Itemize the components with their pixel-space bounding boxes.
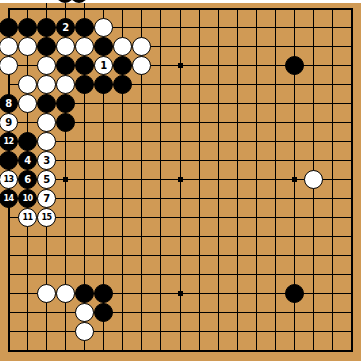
grid-line-vertical	[332, 8, 333, 352]
stone-white	[56, 284, 75, 303]
stone-black	[94, 284, 113, 303]
stone-white	[18, 75, 37, 94]
stone-white	[56, 75, 75, 94]
grid-line-vertical	[256, 8, 257, 352]
grid-line-horizontal	[8, 198, 353, 199]
stone-white	[75, 322, 94, 341]
grid-line-horizontal	[8, 217, 353, 218]
move-number: 14	[3, 195, 13, 203]
stone-black: 10	[18, 189, 37, 208]
move-number: 9	[5, 118, 11, 128]
star-point	[178, 291, 183, 296]
move-number: 12	[3, 138, 13, 146]
stone-black	[18, 18, 37, 37]
go-board-diagram: 218912431365141071115	[0, 0, 361, 361]
stone-white	[18, 94, 37, 113]
stone-black	[94, 75, 113, 94]
move-number: 3	[43, 156, 49, 166]
stone-black: 2	[56, 18, 75, 37]
stone-white	[37, 284, 56, 303]
stone-black	[37, 94, 56, 113]
stone-white: 15	[37, 208, 56, 227]
stone-white: 7	[37, 189, 56, 208]
grid-line-stub	[84, 3, 85, 8]
stone-white	[37, 75, 56, 94]
star-point	[63, 177, 68, 182]
move-number: 11	[22, 214, 32, 222]
grid-line-vertical	[160, 8, 161, 352]
move-number: 5	[43, 175, 49, 185]
grid-line-vertical	[275, 8, 276, 352]
stone-black: 4	[18, 151, 37, 170]
stone-black	[75, 75, 94, 94]
star-point	[292, 177, 297, 182]
stone-white	[37, 132, 56, 151]
move-number: 4	[24, 156, 30, 166]
move-number: 10	[22, 195, 32, 203]
stone-black	[75, 284, 94, 303]
stone-white	[75, 303, 94, 322]
stone-white	[113, 37, 132, 56]
move-number: 15	[41, 214, 51, 222]
move-number: 1	[100, 61, 106, 71]
move-number: 7	[43, 194, 49, 204]
stone-white	[56, 37, 75, 56]
stone-black	[18, 132, 37, 151]
star-point	[178, 63, 183, 68]
stone-black	[113, 56, 132, 75]
stone-white	[75, 37, 94, 56]
stone-black	[75, 56, 94, 75]
stone-white	[18, 37, 37, 56]
stone-white	[132, 37, 151, 56]
stone-white: 5	[37, 170, 56, 189]
stone-black	[285, 284, 304, 303]
move-number: 2	[62, 23, 68, 33]
stone-white	[132, 56, 151, 75]
star-point	[178, 177, 183, 182]
grid-line-horizontal	[8, 236, 353, 237]
stone-white	[304, 170, 323, 189]
move-number: 8	[5, 99, 11, 109]
grid-line-stub	[46, 3, 47, 8]
stone-black	[37, 37, 56, 56]
grid-line-horizontal	[8, 350, 353, 352]
grid-line-horizontal	[8, 312, 353, 313]
move-number: 13	[3, 176, 13, 184]
grid-line-vertical	[351, 8, 353, 352]
move-number: 6	[24, 175, 30, 185]
grid-line-horizontal	[8, 331, 353, 332]
grid-line-stub	[65, 3, 66, 8]
stone-black	[94, 303, 113, 322]
stone-white: 11	[18, 208, 37, 227]
stone-black: 6	[18, 170, 37, 189]
stone-white: 1	[94, 56, 113, 75]
stone-black	[37, 18, 56, 37]
stone-black	[113, 75, 132, 94]
stone-white	[94, 18, 113, 37]
stone-black	[285, 56, 304, 75]
grid-line-horizontal	[8, 274, 353, 275]
grid-line-vertical	[218, 8, 219, 352]
stone-black	[75, 18, 94, 37]
stone-black	[56, 113, 75, 132]
grid-line-vertical	[237, 8, 238, 352]
grid-line-vertical	[199, 8, 200, 352]
stone-black	[56, 56, 75, 75]
stone-black	[56, 94, 75, 113]
stone-white	[37, 56, 56, 75]
stone-white	[37, 113, 56, 132]
stone-black	[94, 37, 113, 56]
grid-line-horizontal	[8, 255, 353, 256]
stone-white: 3	[37, 151, 56, 170]
